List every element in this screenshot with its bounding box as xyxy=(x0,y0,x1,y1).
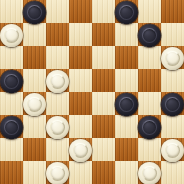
square-c8[interactable] xyxy=(46,0,69,23)
white-man-c1[interactable] xyxy=(46,162,69,184)
white-man-a7[interactable] xyxy=(0,24,23,47)
square-c5[interactable] xyxy=(46,69,69,92)
square-b8[interactable] xyxy=(23,0,46,23)
square-g6[interactable] xyxy=(138,46,161,69)
square-f1[interactable] xyxy=(115,161,138,184)
square-e3[interactable] xyxy=(92,115,115,138)
black-man-g7[interactable] xyxy=(138,24,161,47)
square-e1[interactable] xyxy=(92,161,115,184)
square-h5[interactable] xyxy=(161,69,184,92)
white-man-h2[interactable] xyxy=(161,139,184,162)
square-f4[interactable] xyxy=(115,92,138,115)
square-b5[interactable] xyxy=(23,69,46,92)
square-a4[interactable] xyxy=(0,92,23,115)
black-man-a5[interactable] xyxy=(0,70,23,93)
square-f5[interactable] xyxy=(115,69,138,92)
square-f3[interactable] xyxy=(115,115,138,138)
square-f8[interactable] xyxy=(115,0,138,23)
square-c7[interactable] xyxy=(46,23,69,46)
square-h2[interactable] xyxy=(161,138,184,161)
square-b3[interactable] xyxy=(23,115,46,138)
square-b7[interactable] xyxy=(23,23,46,46)
square-d3[interactable] xyxy=(69,115,92,138)
square-h4[interactable] xyxy=(161,92,184,115)
black-man-h4[interactable] xyxy=(161,93,184,116)
square-c4[interactable] xyxy=(46,92,69,115)
square-f7[interactable] xyxy=(115,23,138,46)
square-f2[interactable] xyxy=(115,138,138,161)
black-man-f8[interactable] xyxy=(115,1,138,24)
square-a2[interactable] xyxy=(0,138,23,161)
black-man-a3[interactable] xyxy=(0,116,23,139)
square-g2[interactable] xyxy=(138,138,161,161)
white-man-h6[interactable] xyxy=(161,47,184,70)
square-g4[interactable] xyxy=(138,92,161,115)
square-a7[interactable] xyxy=(0,23,23,46)
square-a5[interactable] xyxy=(0,69,23,92)
square-a6[interactable] xyxy=(0,46,23,69)
square-h1[interactable] xyxy=(161,161,184,184)
square-a1[interactable] xyxy=(0,161,23,184)
square-c6[interactable] xyxy=(46,46,69,69)
square-c3[interactable] xyxy=(46,115,69,138)
square-b2[interactable] xyxy=(23,138,46,161)
square-a3[interactable] xyxy=(0,115,23,138)
white-man-d2[interactable] xyxy=(69,139,92,162)
square-d4[interactable] xyxy=(69,92,92,115)
black-man-g3[interactable] xyxy=(138,116,161,139)
square-h8[interactable] xyxy=(161,0,184,23)
square-e2[interactable] xyxy=(92,138,115,161)
checkers-board xyxy=(0,0,184,184)
square-f6[interactable] xyxy=(115,46,138,69)
square-g1[interactable] xyxy=(138,161,161,184)
square-d2[interactable] xyxy=(69,138,92,161)
square-d5[interactable] xyxy=(69,69,92,92)
square-h6[interactable] xyxy=(161,46,184,69)
square-g3[interactable] xyxy=(138,115,161,138)
square-h7[interactable] xyxy=(161,23,184,46)
square-g5[interactable] xyxy=(138,69,161,92)
square-e5[interactable] xyxy=(92,69,115,92)
square-h3[interactable] xyxy=(161,115,184,138)
black-man-f4[interactable] xyxy=(115,93,138,116)
square-d6[interactable] xyxy=(69,46,92,69)
square-b6[interactable] xyxy=(23,46,46,69)
square-e6[interactable] xyxy=(92,46,115,69)
square-g8[interactable] xyxy=(138,0,161,23)
white-man-b4[interactable] xyxy=(23,93,46,116)
square-c1[interactable] xyxy=(46,161,69,184)
white-man-g1[interactable] xyxy=(138,162,161,184)
square-d8[interactable] xyxy=(69,0,92,23)
square-c2[interactable] xyxy=(46,138,69,161)
square-g7[interactable] xyxy=(138,23,161,46)
square-a8[interactable] xyxy=(0,0,23,23)
square-e4[interactable] xyxy=(92,92,115,115)
square-b4[interactable] xyxy=(23,92,46,115)
square-d7[interactable] xyxy=(69,23,92,46)
square-b1[interactable] xyxy=(23,161,46,184)
square-d1[interactable] xyxy=(69,161,92,184)
square-e7[interactable] xyxy=(92,23,115,46)
white-man-c5[interactable] xyxy=(46,70,69,93)
square-e8[interactable] xyxy=(92,0,115,23)
white-man-c3[interactable] xyxy=(46,116,69,139)
black-man-b8[interactable] xyxy=(23,1,46,24)
